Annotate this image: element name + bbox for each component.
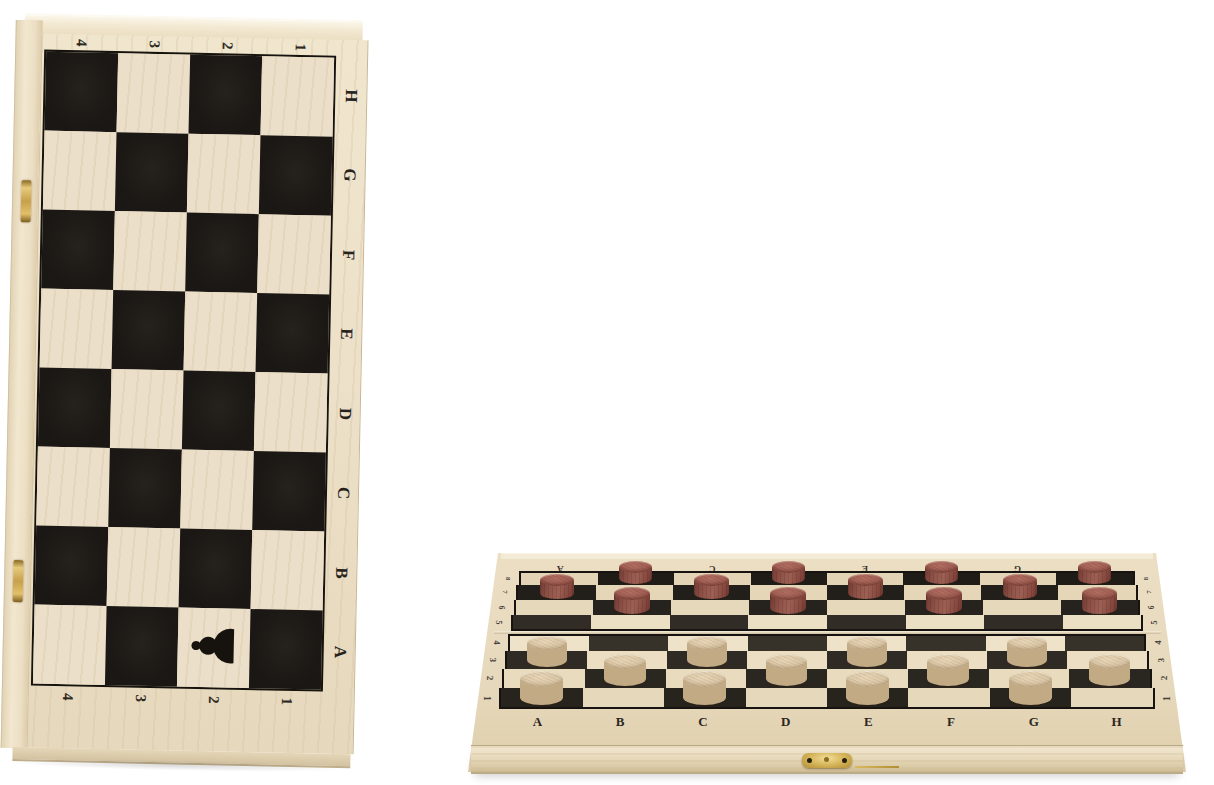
square-g5: [984, 615, 1063, 631]
square-e5: [827, 615, 906, 631]
checker-dark-d8[interactable]: [772, 561, 805, 584]
file-letter-label: F: [338, 249, 358, 260]
near-file-letter-label: F: [947, 714, 955, 730]
product-photo-canvas: { "game": "checkers", "scene": "wooden f…: [0, 0, 1214, 785]
open-board: ABCDEFGH8877665544332♟211ABCDEFGH: [468, 545, 1186, 783]
folded-square-b1: [251, 530, 325, 610]
checker-dark-b8[interactable]: [619, 561, 652, 584]
checker-white-e1[interactable]: [846, 671, 889, 705]
rank-number-label: 8: [1142, 576, 1149, 579]
file-letter-label: H: [341, 89, 361, 103]
folded-square-g2: [187, 134, 261, 214]
square-g7: [981, 585, 1058, 600]
checker-dark-c7[interactable]: [694, 574, 728, 599]
rank-number-label: 4: [72, 38, 89, 46]
square-a3: [505, 651, 587, 669]
folded-square-g3: [115, 132, 189, 212]
folded-square-c1: [252, 451, 326, 531]
square-f1: [908, 688, 989, 709]
open-board-front-edge: [471, 745, 1183, 774]
near-file-letter-label: B: [616, 714, 625, 730]
square-h8: [1056, 571, 1134, 585]
folded-square-g1: [259, 135, 333, 215]
near-file-letter-label: C: [698, 714, 707, 730]
folded-board-grid: ♟: [31, 50, 336, 692]
folded-square-d1: [254, 372, 328, 452]
rank-number-label: 8: [505, 576, 512, 579]
square-h6: [1061, 600, 1141, 615]
rank-number-label: 1: [278, 697, 295, 705]
near-file-letter-label: D: [781, 714, 790, 730]
folded-square-a3: [105, 606, 179, 686]
checker-dark-e7[interactable]: [848, 574, 882, 599]
square-e3: [827, 651, 907, 669]
folded-square-e4: [40, 289, 114, 369]
folded-square-b4: [35, 526, 109, 606]
checker-white-c3[interactable]: [687, 636, 727, 667]
folded-square-h3: [117, 53, 191, 133]
rank-number-label: 2: [485, 676, 495, 681]
square-a1: [499, 688, 582, 709]
square-d1: [746, 688, 827, 709]
folded-square-c3: [108, 448, 182, 528]
folded-square-d4: [38, 368, 112, 448]
square-a5: [511, 615, 592, 631]
square-b4: [589, 634, 668, 651]
square-d6: [749, 600, 827, 615]
folded-square-a4: [33, 605, 107, 685]
square-e7: [827, 585, 904, 600]
square-h5: [1063, 615, 1144, 631]
square-f8: [903, 571, 979, 585]
hinge-icon: [21, 180, 32, 222]
checker-white-e3[interactable]: [847, 636, 887, 667]
square-g1: [990, 688, 1071, 709]
square-h1: [1071, 688, 1154, 709]
folded-square-f4: [41, 210, 115, 290]
square-c7: [673, 585, 750, 600]
file-letter-label: E: [336, 328, 356, 340]
open-board-surface: ABCDEFGH8877665544332♟211ABCDEFGH: [468, 558, 1186, 735]
folded-bottom-numbers: 4321: [31, 687, 323, 709]
square-a6: [514, 600, 594, 615]
checker-white-a1[interactable]: [520, 671, 563, 705]
folded-square-h2: [189, 55, 263, 135]
hinge-icon: [13, 560, 24, 602]
folded-square-h4: [45, 52, 119, 132]
folded-square-f2: [185, 213, 259, 293]
checker-dark-b6[interactable]: [614, 587, 650, 613]
folded-square-h1: [260, 56, 334, 136]
brass-latch-icon: [802, 753, 852, 768]
checker-dark-f8[interactable]: [925, 561, 958, 584]
square-f6: [905, 600, 983, 615]
checker-white-a3[interactable]: [527, 636, 567, 667]
file-letter-label: G: [340, 168, 360, 182]
rank-number-label: 3: [132, 694, 149, 702]
rank-number-label: 7: [1145, 591, 1153, 594]
rank-number-label: 5: [495, 621, 504, 625]
checker-white-g1[interactable]: [1009, 671, 1052, 705]
folded-square-a2: ♟: [177, 608, 251, 688]
square-d8: [751, 571, 827, 585]
rank-number-label: 6: [1147, 605, 1156, 609]
folded-square-e1: [256, 293, 330, 373]
file-letter-label: B: [331, 567, 351, 579]
square-f5: [906, 615, 985, 631]
folded-square-b3: [107, 527, 181, 607]
square-d2: [746, 669, 827, 689]
rank-number-label: 2: [205, 695, 222, 703]
square-b2: [585, 669, 666, 689]
near-file-letter-label: A: [533, 714, 542, 730]
rank-number-label: 1: [291, 43, 308, 51]
folded-square-f3: [113, 211, 187, 291]
folded-square-e3: [112, 290, 186, 370]
square-d5: [748, 615, 827, 631]
folded-square-c4: [36, 447, 110, 527]
printed-pawn-logo-icon: ♟: [184, 619, 243, 672]
square-a7: [516, 585, 595, 600]
checker-white-h2[interactable]: [1089, 654, 1131, 686]
latch-catch-plate: [855, 766, 899, 768]
checker-white-d2[interactable]: [766, 654, 808, 686]
checker-white-c1[interactable]: [683, 671, 726, 705]
checker-white-b2[interactable]: [604, 654, 646, 686]
checker-dark-g7[interactable]: [1003, 574, 1037, 599]
square-c6: [671, 600, 749, 615]
folded-square-a1: [249, 609, 323, 689]
folded-square-c2: [180, 450, 254, 530]
checker-dark-h6[interactable]: [1082, 587, 1118, 613]
folded-square-e2: [184, 292, 258, 372]
folded-square-f1: [257, 214, 331, 294]
rank-number-label: 4: [1153, 640, 1162, 644]
square-e6: [827, 600, 905, 615]
folded-square-g4: [43, 131, 117, 211]
rank-number-label: 6: [498, 605, 507, 609]
near-file-letter-label: E: [864, 714, 873, 730]
near-file-letter-label: H: [1111, 714, 1121, 730]
rank-number-label: 3: [488, 657, 498, 661]
rank-number-label: 1: [1161, 696, 1172, 701]
square-h4: [1065, 634, 1146, 651]
square-e1: [827, 688, 908, 709]
folded-square-b2: [179, 529, 253, 609]
square-c1: [664, 688, 745, 709]
square-b5: [591, 615, 670, 631]
square-b8: [598, 571, 674, 585]
square-c3: [667, 651, 747, 669]
square-f4: [906, 634, 985, 651]
checker-white-g3[interactable]: [1007, 636, 1047, 667]
square-c5: [670, 615, 749, 631]
square-f2: [908, 669, 989, 689]
folded-square-d2: [182, 371, 256, 451]
square-g3: [987, 651, 1067, 669]
checker-dark-a7[interactable]: [540, 574, 574, 599]
square-b6: [593, 600, 671, 615]
square-d4: [748, 634, 827, 651]
rank-number-label: 7: [501, 591, 509, 594]
folded-square-d3: [110, 369, 184, 449]
file-letter-label: C: [333, 487, 353, 500]
folded-board: 4321 ♟ HGFEDCBA 4321: [0, 13, 368, 766]
rank-number-label: 2: [218, 41, 235, 49]
square-h2: [1069, 669, 1152, 689]
checker-dark-h8[interactable]: [1078, 561, 1111, 584]
rank-number-label: 5: [1150, 621, 1159, 625]
rank-number-label: 4: [492, 640, 501, 644]
file-letter-label: D: [335, 407, 355, 420]
rank-number-label: 2: [1159, 676, 1169, 681]
rank-number-label: 3: [145, 40, 162, 48]
checker-dark-f6[interactable]: [926, 587, 962, 613]
rank-number-label: 3: [1156, 657, 1166, 661]
near-file-letter-label: G: [1029, 714, 1039, 730]
file-letter-label: A: [330, 646, 350, 659]
folded-board-face: 4321 ♟ HGFEDCBA 4321: [27, 34, 369, 755]
checker-dark-d6[interactable]: [770, 587, 806, 613]
rank-number-label: 4: [59, 692, 76, 700]
checker-white-f2[interactable]: [927, 654, 969, 686]
square-b1: [583, 688, 664, 709]
rank-number-label: 1: [482, 696, 493, 701]
square-g6: [983, 600, 1061, 615]
